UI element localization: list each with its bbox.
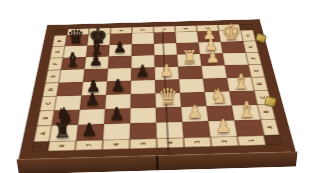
coordinate-text: 3 — [183, 27, 189, 29]
chess-set-photo: 87654321HHGGFFEEDDCCBBAA87654321 ♛♚♟♚♝♟♟… — [0, 0, 310, 173]
square-f7[interactable] — [85, 56, 109, 69]
square-g5[interactable] — [132, 43, 155, 55]
square-h3[interactable] — [175, 31, 198, 43]
square-h5[interactable] — [132, 32, 154, 44]
coordinate-text: 7 — [86, 143, 93, 146]
square-g3[interactable] — [176, 42, 200, 54]
border-corner — [54, 29, 68, 36]
coordinate-label-right-0: H — [240, 30, 255, 41]
square-h4[interactable] — [154, 32, 177, 44]
square-e3[interactable] — [178, 66, 203, 79]
square-g6[interactable] — [109, 44, 132, 56]
white-pawn-glyph: ♟ — [203, 110, 244, 138]
coordinate-text: 7 — [97, 30, 103, 32]
square-g2[interactable] — [198, 41, 222, 53]
coordinate-text: H — [245, 34, 251, 36]
coordinate-text: 4 — [167, 141, 174, 144]
square-h1[interactable] — [219, 30, 243, 42]
square-g7[interactable] — [86, 45, 110, 57]
square-f3[interactable] — [177, 53, 201, 66]
coordinate-text: 5 — [140, 29, 145, 31]
square-f4[interactable] — [154, 54, 178, 67]
black-pawn-glyph: ♟ — [69, 114, 110, 142]
square-h8[interactable] — [65, 34, 89, 46]
piece-white-pawn-a2[interactable]: ♟ — [208, 120, 237, 137]
coordinate-text: 5 — [140, 142, 147, 145]
piece-black-pawn-a7[interactable]: ♟ — [76, 124, 104, 141]
square-g8[interactable] — [63, 45, 87, 57]
coordinate-text: 8 — [58, 144, 65, 147]
coordinate-text: 1 — [226, 26, 232, 28]
chess-board: 87654321HHGGFFEEDDCCBBAA87654321 ♛♚♟♚♝♟♟… — [19, 19, 296, 159]
coordinate-text: F — [250, 57, 256, 59]
coordinate-text: 6 — [113, 142, 120, 145]
square-e4[interactable] — [155, 66, 179, 79]
coordinate-label-bottom-6: 2 — [210, 136, 239, 146]
square-f8[interactable] — [61, 57, 86, 70]
coordinate-label-right-1: G — [243, 40, 259, 52]
square-g4[interactable] — [154, 43, 177, 55]
square-h6[interactable] — [110, 33, 132, 45]
square-f5[interactable] — [131, 55, 154, 68]
coordinate-text: 3 — [194, 140, 201, 143]
border-corner — [32, 141, 50, 151]
coordinate-label-right-2: F — [245, 52, 261, 64]
square-f6[interactable] — [108, 55, 132, 68]
coordinate-text: F — [52, 62, 58, 64]
coordinate-label-bottom-7: 1 — [237, 135, 266, 145]
coordinate-text: H — [57, 39, 63, 41]
coordinate-text: A — [266, 125, 273, 128]
coordinate-text: 8 — [75, 30, 81, 32]
coordinate-text: 1 — [248, 139, 255, 142]
coordinate-text: 4 — [162, 28, 167, 30]
fold-seam-front — [156, 155, 159, 170]
coordinate-label-bottom-0: 8 — [48, 140, 76, 151]
square-h7[interactable] — [87, 34, 110, 46]
border-corner — [264, 135, 282, 145]
square-f1[interactable] — [223, 52, 248, 65]
coordinate-label-bottom-2: 6 — [102, 139, 130, 149]
coordinate-label-bottom-4: 4 — [157, 137, 185, 147]
square-f2[interactable] — [200, 53, 225, 66]
coordinate-text: E — [50, 75, 56, 77]
coordinate-text: 6 — [119, 29, 124, 31]
coordinate-text: G — [248, 45, 254, 48]
coordinate-label-bottom-5: 3 — [183, 137, 211, 147]
coordinate-text: G — [55, 50, 61, 53]
square-g1[interactable] — [221, 41, 246, 53]
coordinate-text: 2 — [205, 27, 211, 29]
coordinate-label-bottom-1: 7 — [75, 140, 103, 150]
coordinate-label-bottom-3: 5 — [130, 138, 157, 148]
square-h2[interactable] — [197, 31, 221, 43]
coordinate-text: 2 — [221, 139, 228, 142]
coordinate-text: D — [48, 88, 55, 91]
border-corner — [239, 23, 253, 29]
